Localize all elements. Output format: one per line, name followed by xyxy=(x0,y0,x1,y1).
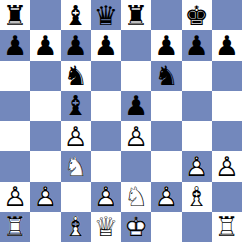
square-b1[interactable] xyxy=(30,212,60,242)
square-b4[interactable] xyxy=(30,121,60,151)
black-rook-icon-glyph: ♜ xyxy=(0,0,30,30)
square-f6[interactable]: ♞ xyxy=(151,61,181,91)
white-pawn-icon-outline: ♙ xyxy=(30,182,60,212)
square-f8[interactable] xyxy=(151,0,181,30)
square-b3[interactable] xyxy=(30,151,60,181)
square-d8[interactable]: ♛ xyxy=(91,0,121,30)
square-e6[interactable] xyxy=(121,61,151,91)
black-pawn-icon[interactable]: ♟ xyxy=(0,30,30,60)
black-pawn-icon[interactable]: ♟ xyxy=(30,30,60,60)
square-a5[interactable] xyxy=(0,91,30,121)
white-queen-icon-outline: ♕ xyxy=(91,212,121,242)
black-pawn-icon-glyph: ♟ xyxy=(121,91,151,121)
black-pawn-icon[interactable]: ♟ xyxy=(212,30,242,60)
white-pawn-icon[interactable]: ♟♙ xyxy=(182,151,212,181)
square-f2[interactable]: ♟♙ xyxy=(151,182,181,212)
black-pawn-icon-glyph: ♟ xyxy=(0,30,30,60)
square-e2[interactable]: ♞♘ xyxy=(121,182,151,212)
black-bishop-icon[interactable]: ♝ xyxy=(61,91,91,121)
square-f1[interactable] xyxy=(151,212,181,242)
square-d5[interactable] xyxy=(91,91,121,121)
white-knight-icon[interactable]: ♞♘ xyxy=(121,182,151,212)
black-pawn-icon-glyph: ♟ xyxy=(212,30,242,60)
black-bishop-icon[interactable]: ♝ xyxy=(61,0,91,30)
white-pawn-icon[interactable]: ♟♙ xyxy=(0,182,30,212)
white-bishop-icon-outline: ♗ xyxy=(182,182,212,212)
square-d3[interactable] xyxy=(91,151,121,181)
square-c8[interactable]: ♝ xyxy=(61,0,91,30)
black-pawn-icon-glyph: ♟ xyxy=(91,30,121,60)
square-a1[interactable]: ♜♖ xyxy=(0,212,30,242)
black-bishop-icon-glyph: ♝ xyxy=(61,91,91,121)
square-g1[interactable] xyxy=(182,212,212,242)
black-rook-icon[interactable]: ♜ xyxy=(121,0,151,30)
square-g5[interactable] xyxy=(182,91,212,121)
black-pawn-icon[interactable]: ♟ xyxy=(182,30,212,60)
square-e4[interactable]: ♟♙ xyxy=(121,121,151,151)
white-pawn-icon-outline: ♙ xyxy=(212,151,242,181)
black-pawn-icon-glyph: ♟ xyxy=(182,30,212,60)
square-a7[interactable]: ♟ xyxy=(0,30,30,60)
square-f7[interactable]: ♟ xyxy=(151,30,181,60)
white-knight-icon-outline: ♘ xyxy=(61,151,91,181)
white-rook-icon-outline: ♖ xyxy=(212,212,242,242)
white-queen-icon[interactable]: ♛♕ xyxy=(91,212,121,242)
black-knight-icon-glyph: ♞ xyxy=(151,61,181,91)
square-b7[interactable]: ♟ xyxy=(30,30,60,60)
square-g4[interactable] xyxy=(182,121,212,151)
white-pawn-icon-outline: ♙ xyxy=(182,151,212,181)
black-pawn-icon-glyph: ♟ xyxy=(61,30,91,60)
white-pawn-icon[interactable]: ♟♙ xyxy=(61,121,91,151)
black-knight-icon[interactable]: ♞ xyxy=(151,61,181,91)
square-d7[interactable]: ♟ xyxy=(91,30,121,60)
square-a6[interactable] xyxy=(0,61,30,91)
black-rook-icon-glyph: ♜ xyxy=(121,0,151,30)
square-f3[interactable] xyxy=(151,151,181,181)
square-h3[interactable]: ♟♙ xyxy=(212,151,242,181)
square-e1[interactable]: ♚♔ xyxy=(121,212,151,242)
square-d2[interactable]: ♟♙ xyxy=(91,182,121,212)
white-pawn-icon-outline: ♙ xyxy=(0,182,30,212)
white-pawn-icon[interactable]: ♟♙ xyxy=(30,182,60,212)
square-d1[interactable]: ♛♕ xyxy=(91,212,121,242)
white-rook-icon[interactable]: ♜♖ xyxy=(212,212,242,242)
white-pawn-icon-outline: ♙ xyxy=(151,182,181,212)
square-h5[interactable] xyxy=(212,91,242,121)
white-pawn-icon[interactable]: ♟♙ xyxy=(91,182,121,212)
square-d4[interactable] xyxy=(91,121,121,151)
square-h8[interactable] xyxy=(212,0,242,30)
square-g3[interactable]: ♟♙ xyxy=(182,151,212,181)
square-b8[interactable] xyxy=(30,0,60,30)
black-knight-icon-glyph: ♞ xyxy=(61,61,91,91)
square-c5[interactable]: ♝ xyxy=(61,91,91,121)
black-pawn-icon[interactable]: ♟ xyxy=(151,30,181,60)
white-pawn-icon-outline: ♙ xyxy=(61,121,91,151)
square-c2[interactable] xyxy=(61,182,91,212)
white-rook-icon[interactable]: ♜♖ xyxy=(0,212,30,242)
black-pawn-icon-glyph: ♟ xyxy=(151,30,181,60)
black-queen-icon-glyph: ♛ xyxy=(91,0,121,30)
square-a8[interactable]: ♜ xyxy=(0,0,30,30)
square-d6[interactable] xyxy=(91,61,121,91)
white-rook-icon-outline: ♖ xyxy=(0,212,30,242)
white-bishop-icon[interactable]: ♝♗ xyxy=(182,182,212,212)
square-c6[interactable]: ♞ xyxy=(61,61,91,91)
black-bishop-icon-glyph: ♝ xyxy=(61,0,91,30)
black-pawn-icon[interactable]: ♟ xyxy=(91,30,121,60)
square-g6[interactable] xyxy=(182,61,212,91)
square-g8[interactable]: ♚ xyxy=(182,0,212,30)
square-h4[interactable] xyxy=(212,121,242,151)
white-knight-icon[interactable]: ♞♘ xyxy=(61,151,91,181)
square-e8[interactable]: ♜ xyxy=(121,0,151,30)
white-pawn-icon[interactable]: ♟♙ xyxy=(212,151,242,181)
white-pawn-icon-outline: ♙ xyxy=(91,182,121,212)
square-a4[interactable] xyxy=(0,121,30,151)
square-e3[interactable] xyxy=(121,151,151,181)
white-king-icon-outline: ♔ xyxy=(121,212,151,242)
black-queen-icon[interactable]: ♛ xyxy=(91,0,121,30)
square-h1[interactable]: ♜♖ xyxy=(212,212,242,242)
white-pawn-icon[interactable]: ♟♙ xyxy=(151,182,181,212)
black-king-icon[interactable]: ♚ xyxy=(182,0,212,30)
square-f5[interactable] xyxy=(151,91,181,121)
black-pawn-icon-glyph: ♟ xyxy=(30,30,60,60)
square-b2[interactable]: ♟♙ xyxy=(30,182,60,212)
square-g7[interactable]: ♟ xyxy=(182,30,212,60)
square-a2[interactable]: ♟♙ xyxy=(0,182,30,212)
square-e7[interactable] xyxy=(121,30,151,60)
black-rook-icon[interactable]: ♜ xyxy=(0,0,30,30)
square-h2[interactable] xyxy=(212,182,242,212)
black-pawn-icon[interactable]: ♟ xyxy=(121,91,151,121)
white-knight-icon-outline: ♘ xyxy=(121,182,151,212)
white-pawn-icon[interactable]: ♟♙ xyxy=(121,121,151,151)
square-e5[interactable]: ♟ xyxy=(121,91,151,121)
square-a3[interactable] xyxy=(0,151,30,181)
square-b5[interactable] xyxy=(30,91,60,121)
square-c1[interactable]: ♝♗ xyxy=(61,212,91,242)
square-g2[interactable]: ♝♗ xyxy=(182,182,212,212)
black-king-icon-glyph: ♚ xyxy=(182,0,212,30)
chess-board: ♜♝♛♜♚♟♟♟♟♟♟♟♞♞♝♟♟♙♟♙♞♘♟♙♟♙♟♙♟♙♟♙♞♘♟♙♝♗♜♖… xyxy=(0,0,242,242)
square-h7[interactable]: ♟ xyxy=(212,30,242,60)
black-pawn-icon[interactable]: ♟ xyxy=(61,30,91,60)
square-c4[interactable]: ♟♙ xyxy=(61,121,91,151)
white-bishop-icon[interactable]: ♝♗ xyxy=(61,212,91,242)
square-h6[interactable] xyxy=(212,61,242,91)
square-f4[interactable] xyxy=(151,121,181,151)
white-king-icon[interactable]: ♚♔ xyxy=(121,212,151,242)
white-bishop-icon-outline: ♗ xyxy=(61,212,91,242)
square-b6[interactable] xyxy=(30,61,60,91)
square-c7[interactable]: ♟ xyxy=(61,30,91,60)
square-c3[interactable]: ♞♘ xyxy=(61,151,91,181)
white-pawn-icon-outline: ♙ xyxy=(121,121,151,151)
black-knight-icon[interactable]: ♞ xyxy=(61,61,91,91)
